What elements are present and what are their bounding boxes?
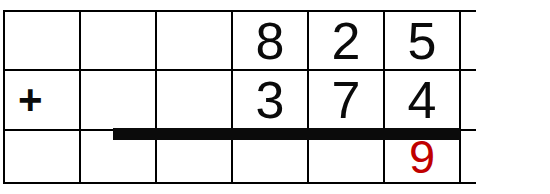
cell-r1-c5: 2	[309, 12, 385, 71]
cell-r2-c1-operator: +	[5, 71, 81, 131]
cell-r1-c3	[157, 12, 233, 71]
cell-r2-c5: 7	[309, 71, 385, 131]
cell-r1-c2	[81, 12, 157, 71]
cell-r2-c3	[157, 71, 233, 131]
cell-r2-c4: 3	[233, 71, 309, 131]
cell-r1-c6: 5	[385, 12, 461, 71]
addition-worksheet: 8 2 5 + 3 7 4 9	[0, 0, 550, 194]
grid-stub-r1	[461, 12, 476, 71]
addition-grid: 8 2 5 + 3 7 4 9	[3, 10, 476, 184]
cell-r3-c1	[5, 131, 81, 182]
grid-stub-r3	[461, 131, 476, 182]
cell-r1-c4: 8	[233, 12, 309, 71]
cell-r2-c6: 4	[385, 71, 461, 131]
grid-stub-r2	[461, 71, 476, 131]
sum-line	[113, 128, 460, 140]
cell-r2-c2	[81, 71, 157, 131]
cell-r1-c1	[5, 12, 81, 71]
